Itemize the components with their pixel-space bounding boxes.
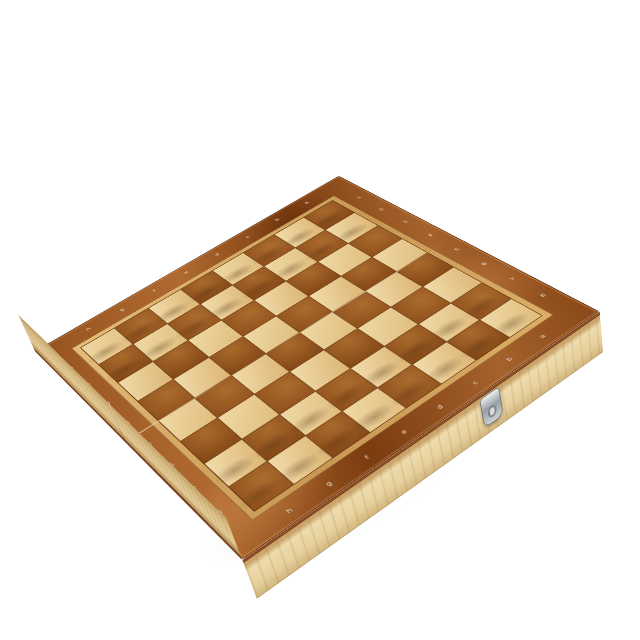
coordinate-label: b [505, 357, 514, 363]
coordinate-label: h [285, 507, 294, 514]
latch-hook-icon [487, 403, 497, 419]
latch-clasp-icon [479, 386, 503, 429]
coordinate-label: d [436, 404, 445, 410]
coordinate-label: 2 [378, 208, 385, 212]
coordinate-label: 8 [539, 293, 548, 298]
coordinate-label: 3 [402, 220, 409, 224]
coordinate-label: f [364, 455, 371, 460]
coordinate-label: c [471, 380, 479, 386]
chess-board: hh11gg22ff33ee44dd55cc66bb77aa88 ♜♞♝♛♚♝♞… [35, 176, 600, 560]
coordinate-label: 4 [427, 233, 434, 237]
product-photo-scene: hh11gg22ff33ee44dd55cc66bb77aa88 ♜♞♝♛♚♝♞… [0, 0, 640, 640]
coordinate-label: g [325, 480, 334, 487]
coordinate-label: e [400, 429, 409, 435]
coordinate-label: a [538, 334, 547, 339]
